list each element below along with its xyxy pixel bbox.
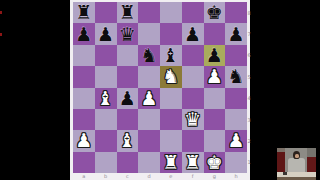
piece-black-pawn: ♟ xyxy=(206,45,223,66)
piece-black-pawn: ♟ xyxy=(228,23,245,44)
square-g5[interactable]: ♟ xyxy=(204,66,226,87)
square-e2[interactable] xyxy=(160,130,182,151)
square-d7[interactable] xyxy=(138,23,160,44)
edge-mark-bottom xyxy=(0,33,2,36)
square-a4[interactable] xyxy=(73,88,95,109)
square-c7[interactable]: ♛ xyxy=(117,23,139,44)
square-b4[interactable]: ♝ xyxy=(95,88,117,109)
square-d8[interactable] xyxy=(138,2,160,23)
square-f2[interactable] xyxy=(182,130,204,151)
piece-black-rook: ♜ xyxy=(119,2,136,23)
square-c4[interactable]: ♟ xyxy=(117,88,139,109)
square-b6[interactable] xyxy=(95,45,117,66)
piece-black-queen: ♛ xyxy=(119,23,136,44)
piece-white-bishop: ♝ xyxy=(119,130,136,151)
square-e8[interactable] xyxy=(160,2,182,23)
piece-white-pawn: ♟ xyxy=(228,130,245,151)
square-c3[interactable] xyxy=(117,109,139,130)
rank-label-1: 1 xyxy=(247,152,251,173)
piece-white-rook: ♜ xyxy=(162,152,179,173)
file-label-d: d xyxy=(138,173,160,180)
square-g3[interactable] xyxy=(204,109,226,130)
presenter-torso xyxy=(288,158,305,173)
file-label-c: c xyxy=(117,173,139,180)
square-b1[interactable] xyxy=(95,152,117,173)
file-label-g: g xyxy=(204,173,226,180)
webcam-desk-edge xyxy=(277,177,316,180)
square-h7[interactable]: ♟ xyxy=(225,23,247,44)
square-a8[interactable]: ♜ xyxy=(73,2,95,23)
presenter-face xyxy=(295,154,299,158)
chess-board-frame: ♜♜♚♟♟♛♟♟♞♝♟♞♟♞♝♟♟♛♟♝♟♜♜♚ abcdefgh 876543… xyxy=(70,0,250,180)
piece-black-knight: ♞ xyxy=(141,45,158,66)
file-label-f: f xyxy=(182,173,204,180)
webcam-video xyxy=(277,148,316,180)
file-label-a: a xyxy=(73,173,95,180)
piece-white-bishop: ♝ xyxy=(97,88,114,109)
piece-white-queen: ♛ xyxy=(184,109,201,130)
square-g2[interactable] xyxy=(204,130,226,151)
file-labels: abcdefgh xyxy=(73,173,247,180)
square-e5[interactable]: ♞ xyxy=(160,66,182,87)
piece-white-knight: ♞ xyxy=(162,66,179,87)
square-c2[interactable]: ♝ xyxy=(117,130,139,151)
piece-black-rook: ♜ xyxy=(75,2,92,23)
square-g4[interactable] xyxy=(204,88,226,109)
square-b5[interactable] xyxy=(95,66,117,87)
rank-label-8: 8 xyxy=(247,2,251,23)
piece-black-pawn: ♟ xyxy=(184,23,201,44)
square-d2[interactable] xyxy=(138,130,160,151)
square-e1[interactable]: ♜ xyxy=(160,152,182,173)
piece-black-pawn: ♟ xyxy=(119,88,136,109)
file-label-b: b xyxy=(95,173,117,180)
square-f4[interactable] xyxy=(182,88,204,109)
square-d3[interactable] xyxy=(138,109,160,130)
square-c5[interactable] xyxy=(117,66,139,87)
piece-white-king: ♚ xyxy=(206,152,223,173)
square-h1[interactable] xyxy=(225,152,247,173)
square-f1[interactable]: ♜ xyxy=(182,152,204,173)
piece-black-king: ♚ xyxy=(206,2,223,23)
rank-label-2: 2 xyxy=(247,130,251,151)
square-d5[interactable] xyxy=(138,66,160,87)
square-a3[interactable] xyxy=(73,109,95,130)
piece-black-pawn: ♟ xyxy=(75,23,92,44)
square-c8[interactable]: ♜ xyxy=(117,2,139,23)
square-f6[interactable] xyxy=(182,45,204,66)
square-g8[interactable]: ♚ xyxy=(204,2,226,23)
square-a5[interactable] xyxy=(73,66,95,87)
square-g6[interactable]: ♟ xyxy=(204,45,226,66)
piece-white-pawn: ♟ xyxy=(141,88,158,109)
square-e3[interactable] xyxy=(160,109,182,130)
chess-board[interactable]: ♜♜♚♟♟♛♟♟♞♝♟♞♟♞♝♟♟♛♟♝♟♜♜♚ xyxy=(73,2,247,173)
square-a2[interactable]: ♟ xyxy=(73,130,95,151)
square-b8[interactable] xyxy=(95,2,117,23)
square-a6[interactable] xyxy=(73,45,95,66)
square-a7[interactable]: ♟ xyxy=(73,23,95,44)
rank-labels: 87654321 xyxy=(247,2,251,173)
square-h5[interactable]: ♞ xyxy=(225,66,247,87)
square-c1[interactable] xyxy=(117,152,139,173)
desk-object xyxy=(283,172,287,175)
square-h3[interactable] xyxy=(225,109,247,130)
square-a1[interactable] xyxy=(73,152,95,173)
square-g7[interactable] xyxy=(204,23,226,44)
square-e4[interactable] xyxy=(160,88,182,109)
square-d6[interactable]: ♞ xyxy=(138,45,160,66)
square-h4[interactable] xyxy=(225,88,247,109)
file-label-h: h xyxy=(225,173,247,180)
piece-black-bishop: ♝ xyxy=(162,45,179,66)
rank-label-6: 6 xyxy=(247,45,251,66)
square-e6[interactable]: ♝ xyxy=(160,45,182,66)
rank-label-3: 3 xyxy=(247,109,251,130)
square-f5[interactable] xyxy=(182,66,204,87)
piece-white-pawn: ♟ xyxy=(75,130,92,151)
square-b3[interactable] xyxy=(95,109,117,130)
edge-mark-top xyxy=(0,11,2,14)
square-f7[interactable]: ♟ xyxy=(182,23,204,44)
piece-white-rook: ♜ xyxy=(184,152,201,173)
square-d1[interactable] xyxy=(138,152,160,173)
rank-label-4: 4 xyxy=(247,88,251,109)
square-h2[interactable]: ♟ xyxy=(225,130,247,151)
square-g1[interactable]: ♚ xyxy=(204,152,226,173)
piece-black-pawn: ♟ xyxy=(97,23,114,44)
piece-black-knight: ♞ xyxy=(228,66,245,87)
file-label-e: e xyxy=(160,173,182,180)
square-c6[interactable] xyxy=(117,45,139,66)
square-h6[interactable] xyxy=(225,45,247,66)
square-e7[interactable] xyxy=(160,23,182,44)
rank-label-5: 5 xyxy=(247,66,251,87)
square-f8[interactable] xyxy=(182,2,204,23)
square-b2[interactable] xyxy=(95,130,117,151)
piece-white-pawn: ♟ xyxy=(206,66,223,87)
video-frame: ♜♜♚♟♟♛♟♟♞♝♟♞♟♞♝♟♟♛♟♝♟♜♜♚ abcdefgh 876543… xyxy=(0,0,320,180)
rank-label-7: 7 xyxy=(247,23,251,44)
square-b7[interactable]: ♟ xyxy=(95,23,117,44)
square-d4[interactable]: ♟ xyxy=(138,88,160,109)
square-h8[interactable] xyxy=(225,2,247,23)
square-f3[interactable]: ♛ xyxy=(182,109,204,130)
